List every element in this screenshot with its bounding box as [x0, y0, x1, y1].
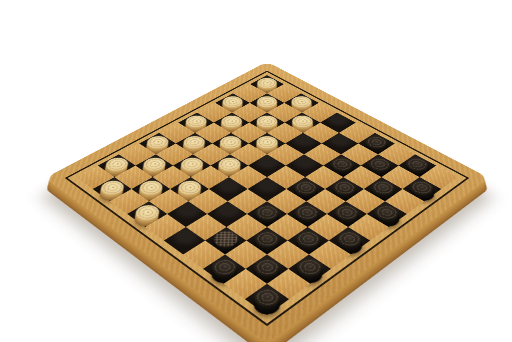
product-photo-scene	[0, 0, 512, 342]
board-wooden-frame	[45, 62, 489, 342]
board-margin-outline	[65, 71, 469, 327]
checkers-board	[45, 62, 489, 342]
board-grid	[76, 75, 457, 315]
